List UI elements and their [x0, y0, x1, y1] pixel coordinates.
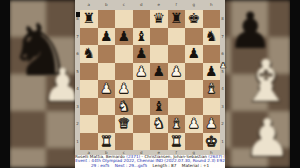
square-e2[interactable]: ♞ — [150, 115, 168, 133]
white-pawn[interactable]: ♟ — [187, 115, 200, 133]
square-d2[interactable] — [133, 115, 151, 133]
square-a2[interactable] — [80, 115, 98, 133]
black-pawn[interactable]: ♟ — [100, 28, 113, 46]
square-a4[interactable] — [80, 80, 98, 98]
square-a1[interactable] — [80, 133, 98, 151]
square-h1[interactable]: ♚ — [203, 133, 221, 151]
file-labels-top: abcdefgh — [80, 2, 220, 7]
square-f8[interactable]: ♜ — [168, 10, 186, 28]
black-queen[interactable]: ♛ — [152, 10, 165, 28]
left-letterbox-bar — [0, 0, 10, 168]
last-move: 29 : exf5 — [91, 163, 110, 168]
white-pawn[interactable]: ♟ — [135, 63, 148, 81]
white-knight[interactable]: ♞ — [152, 115, 165, 133]
square-f4[interactable] — [168, 80, 186, 98]
chess-board-panel: abcdefgh abcdefgh 87654321 87654321 ♟ ♜♛… — [75, 0, 225, 155]
square-c1[interactable] — [115, 133, 133, 151]
coord-label: 1 — [220, 133, 225, 151]
rank-labels-right: 87654321 — [220, 10, 225, 150]
square-d6[interactable]: ♟ — [133, 45, 151, 63]
coord-label: g — [185, 2, 203, 7]
square-g5[interactable] — [185, 63, 203, 81]
black-pawn[interactable]: ♟ — [152, 63, 165, 81]
square-c6[interactable] — [115, 45, 133, 63]
square-h3[interactable] — [203, 98, 221, 116]
square-e5[interactable]: ♟ — [150, 63, 168, 81]
black-rook[interactable]: ♜ — [82, 10, 95, 28]
square-c5[interactable] — [115, 63, 133, 81]
video-frame: ♞♟♟♝♟ abcdefgh abcdefgh 87654321 8765432… — [0, 0, 300, 168]
square-e8[interactable]: ♛ — [150, 10, 168, 28]
black-bishop[interactable]: ♝ — [152, 98, 165, 116]
square-b7[interactable]: ♟ — [98, 28, 116, 46]
square-e4[interactable] — [150, 80, 168, 98]
bg-white-pawn-right: ♟ — [244, 112, 291, 164]
square-b6[interactable] — [98, 45, 116, 63]
square-e7[interactable] — [150, 28, 168, 46]
square-d7[interactable]: ♝ — [133, 28, 151, 46]
square-g7[interactable] — [185, 28, 203, 46]
game-length: Length : 87 — [153, 163, 177, 168]
square-e3[interactable]: ♝ — [150, 98, 168, 116]
white-pawn[interactable]: ♟ — [117, 80, 130, 98]
white-bishop[interactable]: ♝ — [205, 80, 218, 98]
white-rook[interactable]: ♜ — [170, 133, 183, 151]
black-pawn[interactable]: ♟ — [135, 45, 148, 63]
black-pawn[interactable]: ♟ — [205, 63, 218, 81]
square-h2[interactable]: ♟ — [203, 115, 221, 133]
square-b8[interactable] — [98, 10, 116, 28]
square-g8[interactable]: ♚ — [185, 10, 203, 28]
coord-label: h — [203, 2, 221, 7]
black-pawn[interactable]: ♟ — [117, 28, 130, 46]
coord-label: c — [115, 2, 133, 7]
black-pawn[interactable]: ♟ — [187, 45, 200, 63]
coord-label: f — [168, 2, 186, 7]
square-f3[interactable] — [168, 98, 186, 116]
square-h4[interactable]: ♝ — [203, 80, 221, 98]
white-bishop[interactable]: ♝ — [170, 115, 183, 133]
square-h7[interactable]: ♞ — [203, 28, 221, 46]
black-knight[interactable]: ♞ — [205, 28, 218, 46]
square-g2[interactable]: ♟ — [185, 115, 203, 133]
coord-label: 8 — [220, 10, 225, 28]
square-h8[interactable] — [203, 10, 221, 28]
square-f1[interactable]: ♜ — [168, 133, 186, 151]
square-c2[interactable]: ♛ — [115, 115, 133, 133]
square-a7[interactable] — [80, 28, 98, 46]
square-b1[interactable]: ♜ — [98, 133, 116, 151]
coord-label: 2 — [220, 115, 225, 133]
square-d8[interactable] — [133, 10, 151, 28]
square-f7[interactable] — [168, 28, 186, 46]
square-a5[interactable] — [80, 63, 98, 81]
white-pawn[interactable]: ♟ — [205, 115, 218, 133]
status-line: 29 : exf5 Next : 29...gxf5 Length : 87 M… — [75, 164, 225, 168]
square-g6[interactable]: ♟ — [185, 45, 203, 63]
coord-label: 7 — [220, 28, 225, 46]
square-d4[interactable] — [133, 80, 151, 98]
bg-white-bishop-right: ♝ — [240, 52, 292, 110]
coord-label: b — [98, 2, 116, 7]
square-b2[interactable] — [98, 115, 116, 133]
square-a6[interactable]: ♞ — [80, 45, 98, 63]
square-c3[interactable]: ♞ — [115, 98, 133, 116]
coord-label: 4 — [220, 80, 225, 98]
square-a3[interactable] — [80, 98, 98, 116]
square-f5[interactable]: ♟ — [168, 63, 186, 81]
square-f6[interactable] — [168, 45, 186, 63]
square-b5[interactable] — [98, 63, 116, 81]
square-d5[interactable]: ♟ — [133, 63, 151, 81]
right-letterbox-bar — [290, 0, 300, 168]
coord-label: e — [150, 2, 168, 7]
black-knight[interactable]: ♞ — [82, 45, 95, 63]
black-king[interactable]: ♚ — [187, 10, 200, 28]
square-c8[interactable] — [115, 10, 133, 28]
chess-board: ♜♛♜♚♟♟♝♞♞♟♟♟♟♟♟♟♟♝♞♝♛♞♝♟♟♜♜♚ — [80, 10, 220, 150]
black-bishop[interactable]: ♝ — [135, 28, 148, 46]
square-f2[interactable]: ♝ — [168, 115, 186, 133]
coord-label: a — [80, 2, 98, 7]
white-pawn[interactable]: ♟ — [100, 80, 113, 98]
white-knight[interactable]: ♞ — [117, 98, 130, 116]
square-d3[interactable] — [133, 98, 151, 116]
square-g3[interactable] — [185, 98, 203, 116]
square-e1[interactable] — [150, 133, 168, 151]
white-king[interactable]: ♚ — [205, 133, 218, 151]
square-c4[interactable]: ♟ — [115, 80, 133, 98]
game-info-bar: Roselli Mattia, Bernardo (2371) - Christ… — [75, 155, 225, 168]
white-rook[interactable]: ♜ — [100, 133, 113, 151]
square-b4[interactable]: ♟ — [98, 80, 116, 98]
square-h6[interactable] — [203, 45, 221, 63]
square-e6[interactable] — [150, 45, 168, 63]
next-move: Next : 29...gxf5 — [115, 163, 147, 168]
square-g1[interactable] — [185, 133, 203, 151]
black-rook[interactable]: ♜ — [170, 10, 183, 28]
white-pawn[interactable]: ♟ — [170, 63, 183, 81]
square-g4[interactable] — [185, 80, 203, 98]
coord-label: 3 — [220, 98, 225, 116]
material-text: Material : +1 — [182, 163, 209, 168]
coord-label: d — [133, 2, 151, 7]
coord-label: 6 — [220, 45, 225, 63]
square-a8[interactable]: ♜ — [80, 10, 98, 28]
square-b3[interactable] — [98, 98, 116, 116]
square-d1[interactable] — [133, 133, 151, 151]
material-advantage-white-pawn-icon: ♟ — [220, 61, 227, 70]
white-queen[interactable]: ♛ — [117, 115, 130, 133]
square-h5[interactable]: ♟ — [203, 63, 221, 81]
square-c7[interactable]: ♟ — [115, 28, 133, 46]
